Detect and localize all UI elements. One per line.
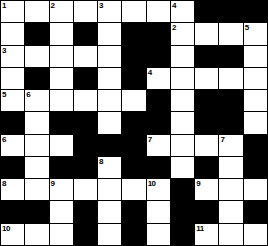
white-cell-r3c7[interactable] — [171, 68, 194, 89]
black-cell-r6c4 — [98, 135, 121, 156]
black-cell-r10c7 — [171, 224, 194, 245]
black-cell-r2c5 — [122, 46, 145, 67]
white-cell-r6c6[interactable]: 7 — [147, 135, 170, 156]
white-cell-r10c1[interactable] — [25, 224, 48, 245]
white-cell-r1c9[interactable] — [219, 23, 242, 44]
black-cell-r3c3 — [74, 68, 97, 89]
white-cell-r0c1[interactable] — [25, 1, 48, 22]
clue-number: 10 — [2, 224, 10, 233]
black-cell-r8c7 — [171, 179, 194, 200]
black-cell-r5c2 — [50, 112, 73, 133]
black-cell-r3c5 — [122, 68, 145, 89]
white-cell-r4c2[interactable] — [50, 90, 73, 111]
white-cell-r7c1[interactable] — [25, 157, 48, 178]
white-cell-r10c8[interactable]: 11 — [195, 224, 218, 245]
black-cell-r7c5 — [122, 157, 145, 178]
white-cell-r8c0[interactable]: 8 — [1, 179, 24, 200]
black-cell-r7c2 — [50, 157, 73, 178]
crossword-grid: 12342534566778891091011 — [0, 0, 268, 246]
white-cell-r4c10[interactable] — [244, 90, 267, 111]
white-cell-r0c3[interactable] — [74, 1, 97, 22]
black-cell-r7c3 — [74, 157, 97, 178]
white-cell-r2c10[interactable] — [244, 46, 267, 67]
white-cell-r9c6[interactable] — [147, 201, 170, 222]
white-cell-r5c7[interactable] — [171, 112, 194, 133]
white-cell-r7c9[interactable] — [219, 157, 242, 178]
white-cell-r4c0[interactable]: 5 — [1, 90, 24, 111]
clue-number: 4 — [172, 1, 176, 10]
white-cell-r3c0[interactable] — [1, 68, 24, 89]
clue-number: 3 — [99, 1, 103, 10]
black-cell-r0c10 — [244, 1, 267, 22]
white-cell-r2c4[interactable] — [98, 46, 121, 67]
black-cell-r10c3 — [74, 224, 97, 245]
clue-number: 8 — [2, 179, 6, 188]
white-cell-r1c10[interactable]: 5 — [244, 23, 267, 44]
white-cell-r8c9[interactable] — [219, 179, 242, 200]
white-cell-r4c1[interactable]: 6 — [25, 90, 48, 111]
black-cell-r1c6 — [147, 23, 170, 44]
white-cell-r9c2[interactable] — [50, 201, 73, 222]
white-cell-r0c4[interactable]: 3 — [98, 1, 121, 22]
white-cell-r2c1[interactable] — [25, 46, 48, 67]
white-cell-r0c2[interactable]: 2 — [50, 1, 73, 22]
black-cell-r1c5 — [122, 23, 145, 44]
white-cell-r10c0[interactable]: 10 — [1, 224, 24, 245]
white-cell-r6c0[interactable]: 6 — [1, 135, 24, 156]
black-cell-r9c10 — [244, 201, 267, 222]
white-cell-r3c8[interactable] — [195, 68, 218, 89]
white-cell-r10c10[interactable] — [244, 224, 267, 245]
clue-number: 9 — [196, 179, 200, 188]
black-cell-r2c6 — [147, 46, 170, 67]
black-cell-r5c9 — [219, 112, 242, 133]
black-cell-r9c0 — [1, 201, 24, 222]
white-cell-r7c7[interactable] — [171, 157, 194, 178]
black-cell-r9c8 — [195, 201, 218, 222]
black-cell-r4c9 — [219, 90, 242, 111]
white-cell-r2c0[interactable]: 3 — [1, 46, 24, 67]
white-cell-r1c4[interactable] — [98, 23, 121, 44]
white-cell-r4c7[interactable] — [171, 90, 194, 111]
clue-number: 2 — [172, 23, 176, 32]
black-cell-r7c0 — [1, 157, 24, 178]
white-cell-r5c4[interactable] — [98, 112, 121, 133]
clue-number: 8 — [99, 157, 103, 166]
white-cell-r8c5[interactable] — [122, 179, 145, 200]
clue-number: 11 — [196, 224, 203, 233]
white-cell-r8c2[interactable]: 9 — [50, 179, 73, 200]
black-cell-r7c6 — [147, 157, 170, 178]
white-cell-r2c2[interactable] — [50, 46, 73, 67]
black-cell-r6c10 — [244, 135, 267, 156]
white-cell-r7c4[interactable]: 8 — [98, 157, 121, 178]
white-cell-r2c7[interactable] — [171, 46, 194, 67]
white-cell-r8c4[interactable] — [98, 179, 121, 200]
black-cell-r1c1 — [25, 23, 48, 44]
white-cell-r3c6[interactable]: 4 — [147, 68, 170, 89]
black-cell-r1c3 — [74, 23, 97, 44]
white-cell-r0c7[interactable]: 4 — [171, 1, 194, 22]
clue-number: 9 — [51, 179, 55, 188]
white-cell-r8c6[interactable]: 10 — [147, 179, 170, 200]
black-cell-r4c8 — [195, 90, 218, 111]
white-cell-r8c1[interactable] — [25, 179, 48, 200]
clue-number: 5 — [245, 23, 249, 32]
white-cell-r1c8[interactable] — [195, 23, 218, 44]
white-cell-r1c7[interactable]: 2 — [171, 23, 194, 44]
clue-number: 10 — [148, 179, 156, 188]
black-cell-r5c6 — [147, 112, 170, 133]
white-cell-r10c6[interactable] — [147, 224, 170, 245]
white-cell-r0c5[interactable] — [122, 1, 145, 22]
black-cell-r2c8 — [195, 46, 218, 67]
white-cell-r4c5[interactable] — [122, 90, 145, 111]
clue-number: 1 — [2, 1, 6, 10]
clue-number: 6 — [26, 90, 30, 99]
white-cell-r0c6[interactable] — [147, 1, 170, 22]
black-cell-r7c10 — [244, 157, 267, 178]
black-cell-r5c5 — [122, 112, 145, 133]
white-cell-r6c9[interactable]: 7 — [219, 135, 242, 156]
black-cell-r6c3 — [74, 135, 97, 156]
white-cell-r0c0[interactable]: 1 — [1, 1, 24, 22]
white-cell-r10c4[interactable] — [98, 224, 121, 245]
white-cell-r10c2[interactable] — [50, 224, 73, 245]
white-cell-r8c8[interactable]: 9 — [195, 179, 218, 200]
clue-number: 4 — [148, 68, 152, 77]
white-cell-r6c2[interactable] — [50, 135, 73, 156]
white-cell-r4c4[interactable] — [98, 90, 121, 111]
white-cell-r1c0[interactable] — [1, 23, 24, 44]
black-cell-r5c0 — [1, 112, 24, 133]
clue-number: 3 — [2, 46, 6, 55]
white-cell-r1c2[interactable] — [50, 23, 73, 44]
black-cell-r6c5 — [122, 135, 145, 156]
white-cell-r9c4[interactable] — [98, 201, 121, 222]
white-cell-r10c9[interactable] — [219, 224, 242, 245]
white-cell-r3c10[interactable] — [244, 68, 267, 89]
white-cell-r6c7[interactable] — [171, 135, 194, 156]
white-cell-r4c3[interactable] — [74, 90, 97, 111]
clue-number: 7 — [220, 135, 224, 144]
clue-number: 7 — [148, 135, 152, 144]
black-cell-r0c9 — [219, 1, 242, 22]
clue-number: 6 — [2, 135, 6, 144]
white-cell-r6c8[interactable] — [195, 135, 218, 156]
black-cell-r7c8 — [195, 157, 218, 178]
white-cell-r5c1[interactable] — [25, 112, 48, 133]
white-cell-r3c2[interactable] — [50, 68, 73, 89]
black-cell-r10c5 — [122, 224, 145, 245]
black-cell-r5c3 — [74, 112, 97, 133]
black-cell-r5c8 — [195, 112, 218, 133]
clue-number: 2 — [51, 1, 55, 10]
white-cell-r3c9[interactable] — [219, 68, 242, 89]
white-cell-r6c1[interactable] — [25, 135, 48, 156]
white-cell-r8c10[interactable] — [244, 179, 267, 200]
white-cell-r8c3[interactable] — [74, 179, 97, 200]
white-cell-r9c9[interactable] — [219, 201, 242, 222]
black-cell-r2c9 — [219, 46, 242, 67]
black-cell-r4c6 — [147, 90, 170, 111]
black-cell-r3c1 — [25, 68, 48, 89]
white-cell-r5c10[interactable] — [244, 112, 267, 133]
white-cell-r2c3[interactable] — [74, 46, 97, 67]
black-cell-r9c7 — [171, 201, 194, 222]
clue-number: 5 — [2, 90, 6, 99]
black-cell-r0c8 — [195, 1, 218, 22]
black-cell-r9c1 — [25, 201, 48, 222]
black-cell-r9c3 — [74, 201, 97, 222]
black-cell-r9c5 — [122, 201, 145, 222]
white-cell-r3c4[interactable] — [98, 68, 121, 89]
